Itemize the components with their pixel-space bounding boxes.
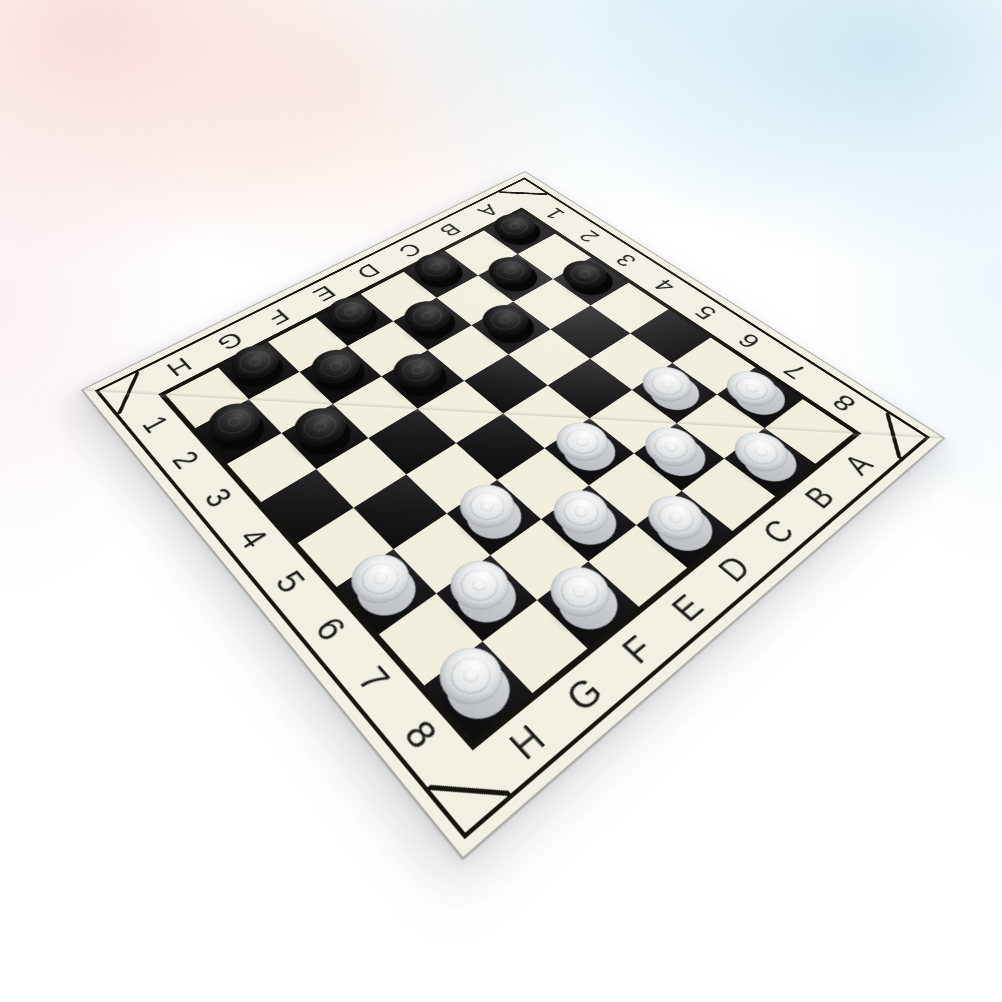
product-photo-background: 12345678 12345678 ABCDEFGH ABCDEFGH — [0, 0, 1002, 1002]
board-grid — [166, 211, 854, 741]
checkers-board: 12345678 12345678 ABCDEFGH ABCDEFGH — [83, 172, 943, 857]
